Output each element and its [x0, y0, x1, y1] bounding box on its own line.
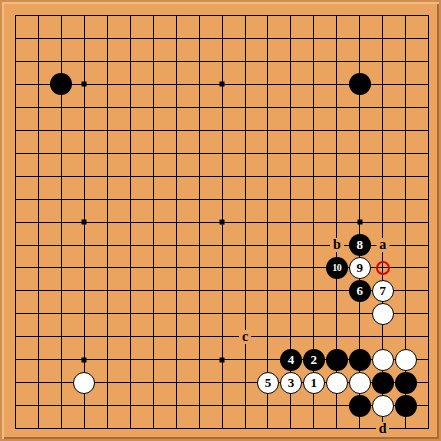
move-number: 3 — [281, 373, 301, 393]
point-label-d: d — [376, 422, 390, 436]
white-stone: ● — [395, 349, 417, 371]
star-point — [220, 357, 225, 362]
star-point — [82, 357, 87, 362]
move-number: 6 — [349, 280, 371, 302]
white-stone-glyph: ● — [373, 350, 393, 371]
white-stone: ● — [73, 372, 95, 394]
white-stone: ● — [372, 303, 394, 325]
star-point — [82, 220, 87, 225]
black-stone: ●4 — [280, 349, 302, 371]
grid-line-horizontal — [15, 428, 429, 429]
point-label-b: b — [330, 238, 344, 252]
black-stone: ● — [372, 372, 394, 394]
black-stone-glyph: ● — [395, 372, 417, 394]
white-stone: ● — [372, 349, 394, 371]
move-number: 7 — [373, 281, 393, 301]
black-stone: ● — [395, 372, 417, 394]
grid-line-horizontal — [15, 336, 429, 337]
black-stone: ●8 — [349, 234, 371, 256]
black-stone-glyph: ● — [349, 73, 371, 95]
black-stone: ● — [349, 349, 371, 371]
move-number: 8 — [349, 234, 371, 256]
move-number: 2 — [303, 349, 325, 371]
move-number: 9 — [350, 258, 370, 278]
white-stone: ●1 — [303, 372, 325, 394]
star-point — [82, 82, 87, 87]
circle-marker — [376, 261, 390, 275]
white-stone: ●3 — [280, 372, 302, 394]
black-stone: ● — [50, 73, 72, 95]
black-stone-glyph: ● — [372, 372, 394, 394]
point-label-c: c — [239, 330, 251, 344]
black-stone: ● — [349, 73, 371, 95]
star-point — [357, 220, 362, 225]
black-stone: ● — [349, 395, 371, 417]
white-stone-glyph: ● — [373, 396, 393, 417]
move-number: 4 — [280, 349, 302, 371]
white-stone: ●7 — [372, 280, 394, 302]
black-stone-glyph: ● — [326, 349, 348, 371]
black-stone: ● — [395, 395, 417, 417]
black-stone: ●6 — [349, 280, 371, 302]
white-stone: ● — [349, 372, 371, 394]
white-stone-glyph: ● — [327, 373, 347, 394]
white-stone: ● — [372, 395, 394, 417]
grid-line-horizontal — [15, 313, 429, 314]
move-number: 1 — [304, 373, 324, 393]
black-stone-glyph: ● — [395, 395, 417, 417]
move-number: 5 — [258, 373, 278, 393]
grid-line-vertical — [267, 15, 268, 429]
black-stone: ● — [326, 349, 348, 371]
black-stone-glyph: ● — [50, 73, 72, 95]
white-stone: ●5 — [257, 372, 279, 394]
white-stone-glyph: ● — [74, 373, 94, 394]
white-stone-glyph: ● — [373, 304, 393, 325]
move-number: 10 — [326, 257, 348, 279]
star-point — [220, 220, 225, 225]
black-stone: ●10 — [326, 257, 348, 279]
white-stone: ●9 — [349, 257, 371, 279]
white-stone: ● — [326, 372, 348, 394]
grid-line-vertical — [428, 15, 429, 429]
point-label-a: a — [376, 238, 389, 252]
black-stone: ●2 — [303, 349, 325, 371]
grid-line-vertical — [245, 15, 246, 429]
white-stone-glyph: ● — [396, 350, 416, 371]
black-stone-glyph: ● — [349, 349, 371, 371]
black-stone-glyph: ● — [349, 395, 371, 417]
go-board: ●●●8●10●9●6●7●●4●2●●●●●●5●3●1●●●●●●●abcd — [0, 0, 441, 441]
white-stone-glyph: ● — [350, 373, 370, 394]
star-point — [220, 82, 225, 87]
